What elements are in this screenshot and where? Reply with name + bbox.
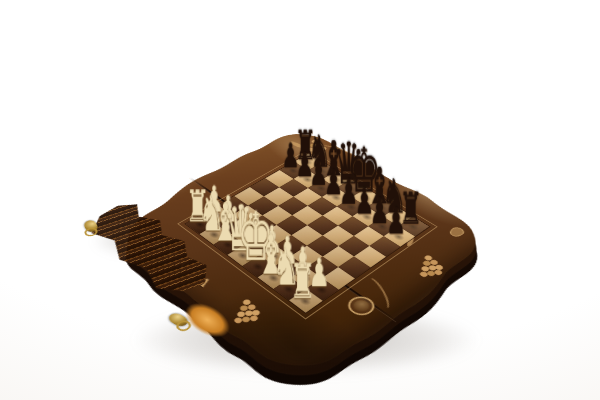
photo-stage: ARMENIA ♜♞♝♛♚♝♞♜♟♟♟♟♟♟♟♟♟♟♟♟♟♟♟♟♜♞♝♛♚♝♞♜ (0, 0, 600, 400)
piece-black-pawn: ♟ (387, 203, 407, 240)
board-scene: ARMENIA ♜♞♝♛♚♝♞♜♟♟♟♟♟♟♟♟♟♟♟♟♟♟♟♟♜♞♝♛♚♝♞♜ (0, 0, 600, 400)
piece-white-rook: ♜ (289, 257, 315, 305)
brass-handle-left (82, 219, 99, 233)
chess-set: ARMENIA ♜♞♝♛♚♝♞♜♟♟♟♟♟♟♟♟♟♟♟♟♟♟♟♟♜♞♝♛♚♝♞♜ (89, 116, 513, 400)
